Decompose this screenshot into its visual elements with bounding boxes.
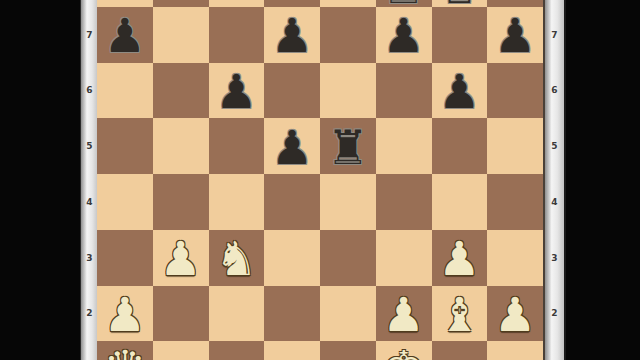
square-b4[interactable]	[153, 174, 209, 230]
square-a3[interactable]	[97, 230, 153, 286]
square-a1[interactable]: ♛	[97, 341, 153, 360]
square-a8[interactable]	[97, 0, 153, 7]
square-e6[interactable]	[320, 63, 376, 119]
square-e2[interactable]	[320, 286, 376, 342]
square-d8[interactable]	[264, 0, 320, 7]
square-h1[interactable]	[487, 341, 543, 360]
square-g8[interactable]: ♚	[432, 0, 488, 7]
square-e7[interactable]	[320, 7, 376, 63]
square-f2[interactable]: ♟	[376, 286, 432, 342]
square-f1[interactable]: ♚	[376, 341, 432, 360]
square-c7[interactable]	[209, 7, 265, 63]
square-h2[interactable]: ♟	[487, 286, 543, 342]
square-b5[interactable]	[153, 118, 209, 174]
black-rook-e5[interactable]: ♜	[327, 124, 369, 171]
rank-label-right-2: 2	[545, 308, 564, 318]
white-bishop-g2[interactable]: ♝	[438, 291, 480, 338]
black-pawn-a7[interactable]: ♟	[104, 12, 146, 59]
square-a4[interactable]	[97, 174, 153, 230]
square-d6[interactable]	[264, 63, 320, 119]
rank-label-right-6: 6	[545, 85, 564, 95]
square-d7[interactable]: ♟	[264, 7, 320, 63]
square-h3[interactable]	[487, 230, 543, 286]
black-pawn-f7[interactable]: ♟	[383, 12, 425, 59]
square-g3[interactable]: ♟	[432, 230, 488, 286]
rank-label-left-7: 7	[81, 30, 98, 40]
black-pawn-g6[interactable]: ♟	[438, 68, 480, 115]
white-pawn-f2[interactable]: ♟	[383, 291, 425, 338]
square-a2[interactable]: ♟	[97, 286, 153, 342]
square-c6[interactable]: ♟	[209, 63, 265, 119]
rank-label-left-4: 4	[81, 197, 98, 207]
rank-label-right-5: 5	[545, 141, 564, 151]
square-g4[interactable]	[432, 174, 488, 230]
black-pawn-c6[interactable]: ♟	[215, 68, 257, 115]
square-f3[interactable]	[376, 230, 432, 286]
square-g2[interactable]: ♝	[432, 286, 488, 342]
square-h4[interactable]	[487, 174, 543, 230]
square-f5[interactable]	[376, 118, 432, 174]
white-king-f1[interactable]: ♚	[383, 344, 425, 360]
square-h5[interactable]	[487, 118, 543, 174]
square-h7[interactable]: ♟	[487, 7, 543, 63]
square-b8[interactable]	[153, 0, 209, 7]
black-pawn-d5[interactable]: ♟	[271, 124, 313, 171]
white-pawn-a2[interactable]: ♟	[104, 291, 146, 338]
rank-label-left-6: 6	[81, 85, 98, 95]
square-a6[interactable]	[97, 63, 153, 119]
white-queen-a1[interactable]: ♛	[104, 344, 146, 360]
square-d3[interactable]	[264, 230, 320, 286]
square-g7[interactable]	[432, 7, 488, 63]
square-c3[interactable]: ♞	[209, 230, 265, 286]
square-f7[interactable]: ♟	[376, 7, 432, 63]
square-d1[interactable]	[264, 341, 320, 360]
square-f8[interactable]: ♜	[376, 0, 432, 7]
square-f4[interactable]	[376, 174, 432, 230]
square-c2[interactable]	[209, 286, 265, 342]
square-c5[interactable]	[209, 118, 265, 174]
square-h6[interactable]	[487, 63, 543, 119]
black-pawn-d7[interactable]: ♟	[271, 12, 313, 59]
square-g5[interactable]	[432, 118, 488, 174]
square-h8[interactable]	[487, 0, 543, 7]
square-b6[interactable]	[153, 63, 209, 119]
square-c4[interactable]	[209, 174, 265, 230]
square-g6[interactable]: ♟	[432, 63, 488, 119]
video-frame: 765432 ♜♚♟♟♟♟♟♟♟♜♟♞♟♟♟♝♟♛♚ 765432	[0, 0, 640, 360]
square-a7[interactable]: ♟	[97, 7, 153, 63]
square-d5[interactable]: ♟	[264, 118, 320, 174]
white-pawn-g3[interactable]: ♟	[438, 235, 480, 282]
white-pawn-h2[interactable]: ♟	[494, 291, 536, 338]
rank-label-left-2: 2	[81, 308, 98, 318]
square-g1[interactable]	[432, 341, 488, 360]
square-d2[interactable]	[264, 286, 320, 342]
square-a5[interactable]	[97, 118, 153, 174]
square-b7[interactable]	[153, 7, 209, 63]
rank-label-right-3: 3	[545, 253, 564, 263]
white-pawn-b3[interactable]: ♟	[160, 235, 202, 282]
square-e4[interactable]	[320, 174, 376, 230]
square-e1[interactable]	[320, 341, 376, 360]
square-b3[interactable]: ♟	[153, 230, 209, 286]
rank-label-right-7: 7	[545, 30, 564, 40]
square-e5[interactable]: ♜	[320, 118, 376, 174]
rank-label-right-4: 4	[545, 197, 564, 207]
square-c8[interactable]	[209, 0, 265, 7]
rank-label-left-3: 3	[81, 253, 98, 263]
chess-board[interactable]: ♜♚♟♟♟♟♟♟♟♜♟♞♟♟♟♝♟♛♚	[97, 0, 543, 360]
square-e3[interactable]	[320, 230, 376, 286]
square-c1[interactable]	[209, 341, 265, 360]
black-pawn-h7[interactable]: ♟	[494, 12, 536, 59]
square-b2[interactable]	[153, 286, 209, 342]
rank-label-left-5: 5	[81, 141, 98, 151]
white-knight-c3[interactable]: ♞	[215, 235, 257, 282]
square-b1[interactable]	[153, 341, 209, 360]
board-right-rail: 765432	[543, 0, 566, 360]
square-d4[interactable]	[264, 174, 320, 230]
square-e8[interactable]	[320, 0, 376, 7]
square-f6[interactable]	[376, 63, 432, 119]
